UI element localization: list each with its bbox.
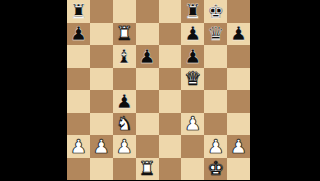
- square-a6[interactable]: [67, 45, 90, 68]
- square-f5[interactable]: ♛: [181, 68, 204, 91]
- square-g4[interactable]: [204, 90, 227, 113]
- black-pawn-icon[interactable]: ♟: [230, 24, 247, 43]
- square-a4[interactable]: [67, 90, 90, 113]
- square-f7[interactable]: ♟: [181, 23, 204, 46]
- square-d7[interactable]: [136, 23, 159, 46]
- square-g6[interactable]: [204, 45, 227, 68]
- black-pawn-icon[interactable]: ♟: [116, 91, 133, 110]
- letterbox-background: ♜♜♚♟♜♟♛♟♝♟♟♛♟♞♟♟♟♟♟♟♜♚: [0, 0, 320, 180]
- square-b3[interactable]: [90, 113, 113, 136]
- square-c2[interactable]: ♟: [113, 135, 136, 158]
- square-b8[interactable]: [90, 0, 113, 23]
- square-f8[interactable]: ♜: [181, 0, 204, 23]
- square-g2[interactable]: ♟: [204, 135, 227, 158]
- square-c1[interactable]: [113, 158, 136, 181]
- square-c7[interactable]: ♜: [113, 23, 136, 46]
- square-h7[interactable]: ♟: [227, 23, 250, 46]
- black-pawn-icon[interactable]: ♟: [139, 46, 156, 65]
- square-h3[interactable]: [227, 113, 250, 136]
- square-g5[interactable]: [204, 68, 227, 91]
- square-g8[interactable]: ♚: [204, 0, 227, 23]
- square-b5[interactable]: [90, 68, 113, 91]
- black-pawn-icon[interactable]: ♟: [184, 24, 201, 43]
- square-d2[interactable]: [136, 135, 159, 158]
- black-bishop-icon[interactable]: ♝: [116, 46, 133, 65]
- white-rook-icon[interactable]: ♜: [116, 24, 133, 43]
- black-queen-icon[interactable]: ♛: [207, 24, 224, 43]
- square-f2[interactable]: [181, 135, 204, 158]
- black-rook-icon[interactable]: ♜: [70, 1, 87, 20]
- square-a7[interactable]: ♟: [67, 23, 90, 46]
- square-c3[interactable]: ♞: [113, 113, 136, 136]
- square-d5[interactable]: [136, 68, 159, 91]
- square-h4[interactable]: [227, 90, 250, 113]
- square-a5[interactable]: [67, 68, 90, 91]
- square-h2[interactable]: ♟: [227, 135, 250, 158]
- square-c6[interactable]: ♝: [113, 45, 136, 68]
- square-c5[interactable]: [113, 68, 136, 91]
- white-knight-icon[interactable]: ♞: [116, 114, 133, 133]
- black-pawn-icon[interactable]: ♟: [184, 46, 201, 65]
- square-f4[interactable]: [181, 90, 204, 113]
- white-pawn-icon[interactable]: ♟: [70, 136, 87, 155]
- white-king-icon[interactable]: ♚: [207, 159, 224, 178]
- square-e8[interactable]: [159, 0, 182, 23]
- square-d4[interactable]: [136, 90, 159, 113]
- square-g1[interactable]: ♚: [204, 158, 227, 181]
- square-b7[interactable]: [90, 23, 113, 46]
- square-f6[interactable]: ♟: [181, 45, 204, 68]
- square-e4[interactable]: [159, 90, 182, 113]
- square-c8[interactable]: [113, 0, 136, 23]
- square-d8[interactable]: [136, 0, 159, 23]
- square-e3[interactable]: [159, 113, 182, 136]
- square-e2[interactable]: [159, 135, 182, 158]
- white-pawn-icon[interactable]: ♟: [230, 136, 247, 155]
- square-e1[interactable]: [159, 158, 182, 181]
- black-king-icon[interactable]: ♚: [207, 1, 224, 20]
- square-b1[interactable]: [90, 158, 113, 181]
- white-pawn-icon[interactable]: ♟: [116, 136, 133, 155]
- square-e7[interactable]: [159, 23, 182, 46]
- square-h8[interactable]: [227, 0, 250, 23]
- square-f1[interactable]: [181, 158, 204, 181]
- white-queen-icon[interactable]: ♛: [184, 69, 201, 88]
- square-a1[interactable]: [67, 158, 90, 181]
- square-a2[interactable]: ♟: [67, 135, 90, 158]
- black-pawn-icon[interactable]: ♟: [70, 24, 87, 43]
- square-b6[interactable]: [90, 45, 113, 68]
- square-g3[interactable]: [204, 113, 227, 136]
- square-c4[interactable]: ♟: [113, 90, 136, 113]
- square-d6[interactable]: ♟: [136, 45, 159, 68]
- square-f3[interactable]: ♟: [181, 113, 204, 136]
- square-e6[interactable]: [159, 45, 182, 68]
- square-a3[interactable]: [67, 113, 90, 136]
- chess-board: ♜♜♚♟♜♟♛♟♝♟♟♛♟♞♟♟♟♟♟♟♜♚: [67, 0, 250, 180]
- square-d1[interactable]: ♜: [136, 158, 159, 181]
- white-rook-icon[interactable]: ♜: [139, 159, 156, 178]
- square-g7[interactable]: ♛: [204, 23, 227, 46]
- white-pawn-icon[interactable]: ♟: [184, 114, 201, 133]
- square-b2[interactable]: ♟: [90, 135, 113, 158]
- square-b4[interactable]: [90, 90, 113, 113]
- square-h5[interactable]: [227, 68, 250, 91]
- square-d3[interactable]: [136, 113, 159, 136]
- square-h1[interactable]: [227, 158, 250, 181]
- square-h6[interactable]: [227, 45, 250, 68]
- white-pawn-icon[interactable]: ♟: [93, 136, 110, 155]
- black-rook-icon[interactable]: ♜: [184, 1, 201, 20]
- square-a8[interactable]: ♜: [67, 0, 90, 23]
- square-e5[interactable]: [159, 68, 182, 91]
- white-pawn-icon[interactable]: ♟: [207, 136, 224, 155]
